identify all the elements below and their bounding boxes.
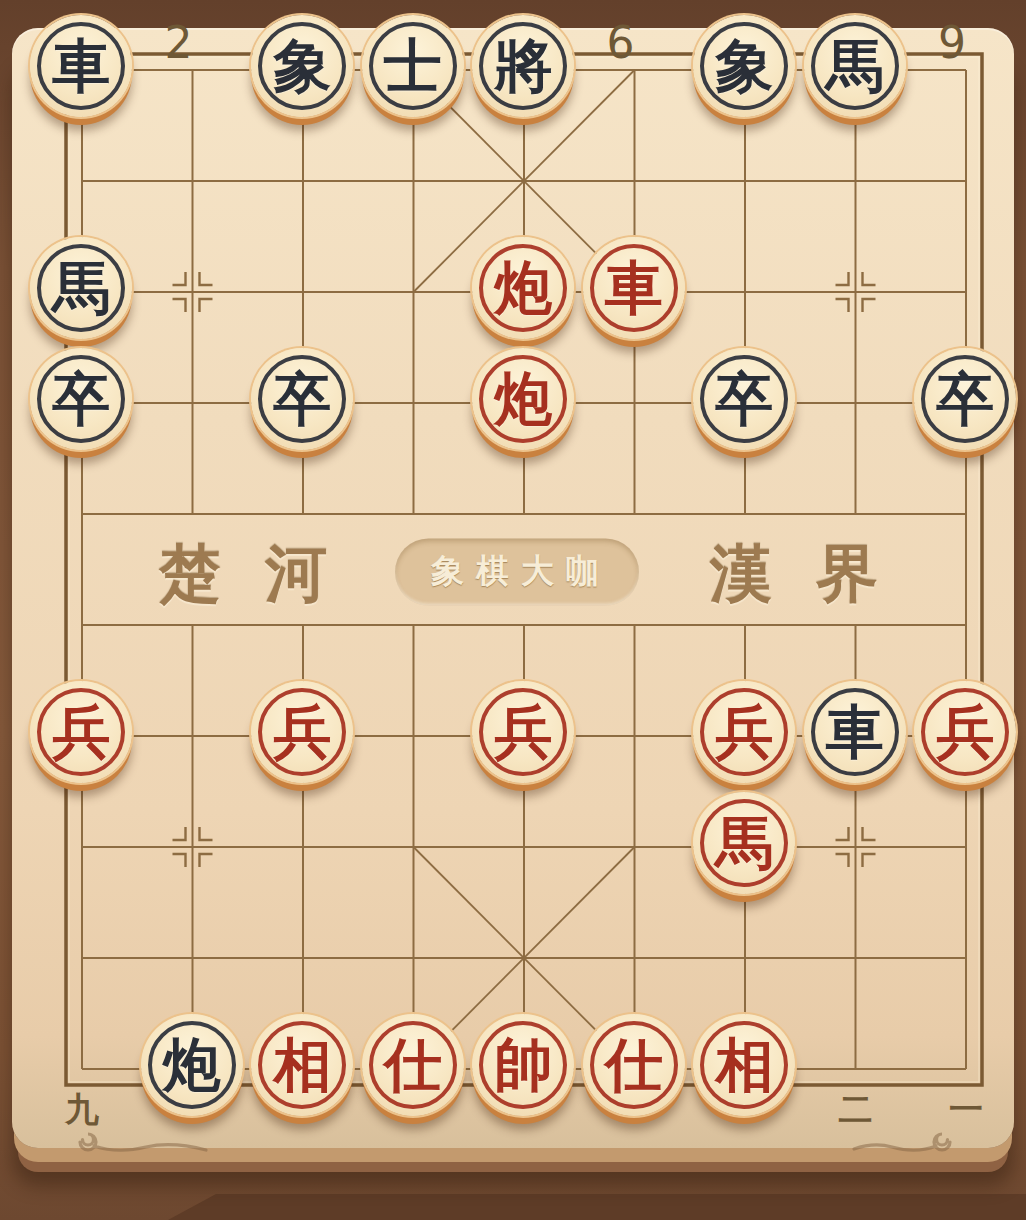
corner-flourish-right <box>850 1122 960 1158</box>
piece-glyph: 象 <box>693 15 795 117</box>
piece-red-soldier[interactable]: 兵 <box>693 681 795 783</box>
piece-black-horse[interactable]: 馬 <box>804 15 906 117</box>
piece-glyph: 馬 <box>30 237 132 339</box>
piece-black-soldier[interactable]: 卒 <box>251 348 353 450</box>
piece-glyph: 卒 <box>251 348 353 450</box>
piece-red-advisor[interactable]: 仕 <box>362 1014 464 1116</box>
piece-red-elephant[interactable]: 相 <box>693 1014 795 1116</box>
piece-glyph: 象 <box>251 15 353 117</box>
piece-glyph: 炮 <box>472 237 574 339</box>
piece-glyph: 兵 <box>30 681 132 783</box>
piece-red-soldier[interactable]: 兵 <box>914 681 1016 783</box>
piece-glyph: 兵 <box>472 681 574 783</box>
piece-glyph: 馬 <box>804 15 906 117</box>
piece-glyph: 炮 <box>472 348 574 450</box>
piece-glyph: 帥 <box>472 1014 574 1116</box>
piece-red-soldier[interactable]: 兵 <box>251 681 353 783</box>
piece-glyph: 相 <box>693 1014 795 1116</box>
piece-black-general[interactable]: 將 <box>472 15 574 117</box>
piece-red-elephant[interactable]: 相 <box>251 1014 353 1116</box>
piece-red-horse[interactable]: 馬 <box>693 792 795 894</box>
piece-red-soldier[interactable]: 兵 <box>472 681 574 783</box>
piece-black-advisor[interactable]: 士 <box>362 15 464 117</box>
piece-glyph: 炮 <box>141 1014 243 1116</box>
piece-glyph: 兵 <box>914 681 1016 783</box>
piece-red-general[interactable]: 帥 <box>472 1014 574 1116</box>
piece-glyph: 將 <box>472 15 574 117</box>
piece-red-soldier[interactable]: 兵 <box>30 681 132 783</box>
piece-glyph: 相 <box>251 1014 353 1116</box>
piece-glyph: 車 <box>804 681 906 783</box>
piece-red-chariot[interactable]: 車 <box>583 237 685 339</box>
piece-glyph: 車 <box>30 15 132 117</box>
piece-red-advisor[interactable]: 仕 <box>583 1014 685 1116</box>
piece-glyph: 馬 <box>693 792 795 894</box>
piece-black-cannon[interactable]: 炮 <box>141 1014 243 1116</box>
corner-flourish-left <box>70 1122 220 1158</box>
pieces-grid: 車象士將象馬馬炮車卒卒炮卒卒兵兵兵兵車兵馬炮相仕帥仕相 <box>26 14 1021 1124</box>
piece-glyph: 仕 <box>583 1014 685 1116</box>
piece-red-cannon[interactable]: 炮 <box>472 348 574 450</box>
piece-black-elephant[interactable]: 象 <box>693 15 795 117</box>
piece-black-soldier[interactable]: 卒 <box>693 348 795 450</box>
piece-black-chariot[interactable]: 車 <box>804 681 906 783</box>
piece-glyph: 卒 <box>914 348 1016 450</box>
piece-black-elephant[interactable]: 象 <box>251 15 353 117</box>
piece-black-horse[interactable]: 馬 <box>30 237 132 339</box>
piece-glyph: 卒 <box>693 348 795 450</box>
piece-glyph: 兵 <box>693 681 795 783</box>
piece-black-soldier[interactable]: 卒 <box>30 348 132 450</box>
piece-glyph: 士 <box>362 15 464 117</box>
piece-glyph: 車 <box>583 237 685 339</box>
piece-red-cannon[interactable]: 炮 <box>472 237 574 339</box>
app-background: 楚河 象棋大咖 漢界 269九二一 車象士將象馬馬炮車卒卒炮卒卒兵兵兵兵車兵馬炮… <box>0 0 1026 1220</box>
piece-glyph: 卒 <box>30 348 132 450</box>
piece-black-chariot[interactable]: 車 <box>30 15 132 117</box>
piece-black-soldier[interactable]: 卒 <box>914 348 1016 450</box>
piece-glyph: 兵 <box>251 681 353 783</box>
piece-glyph: 仕 <box>362 1014 464 1116</box>
